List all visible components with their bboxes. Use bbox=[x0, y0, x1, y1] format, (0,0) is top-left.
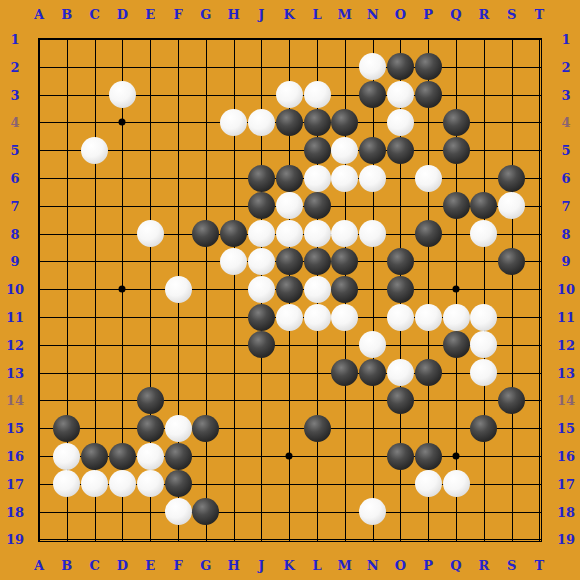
intersection-M15[interactable] bbox=[331, 414, 359, 442]
intersection-N16[interactable] bbox=[359, 442, 387, 470]
intersection-T10[interactable] bbox=[526, 275, 554, 303]
intersection-L8[interactable] bbox=[303, 220, 331, 248]
intersection-Q1[interactable] bbox=[442, 25, 470, 53]
intersection-M10[interactable] bbox=[331, 275, 359, 303]
intersection-P9[interactable] bbox=[414, 248, 442, 276]
intersection-Q11[interactable] bbox=[442, 303, 470, 331]
intersection-J8[interactable] bbox=[248, 220, 276, 248]
intersection-F15[interactable] bbox=[164, 414, 192, 442]
intersection-C6[interactable] bbox=[81, 164, 109, 192]
intersection-Q13[interactable] bbox=[442, 359, 470, 387]
intersection-R2[interactable] bbox=[470, 53, 498, 81]
intersection-K2[interactable] bbox=[275, 53, 303, 81]
intersection-T12[interactable] bbox=[526, 331, 554, 359]
intersection-B18[interactable] bbox=[53, 498, 81, 526]
intersection-D10[interactable] bbox=[109, 275, 137, 303]
intersection-P17[interactable] bbox=[414, 470, 442, 498]
intersection-P15[interactable] bbox=[414, 414, 442, 442]
intersection-P5[interactable] bbox=[414, 136, 442, 164]
intersection-K6[interactable] bbox=[275, 164, 303, 192]
intersection-A12[interactable] bbox=[25, 331, 53, 359]
intersection-F6[interactable] bbox=[164, 164, 192, 192]
intersection-C10[interactable] bbox=[81, 275, 109, 303]
intersection-R13[interactable] bbox=[470, 359, 498, 387]
intersection-J2[interactable] bbox=[248, 53, 276, 81]
intersection-H18[interactable] bbox=[220, 498, 248, 526]
intersection-J13[interactable] bbox=[248, 359, 276, 387]
intersection-S16[interactable] bbox=[498, 442, 526, 470]
intersection-B3[interactable] bbox=[53, 81, 81, 109]
intersection-T1[interactable] bbox=[526, 25, 554, 53]
intersection-R10[interactable] bbox=[470, 275, 498, 303]
intersection-C15[interactable] bbox=[81, 414, 109, 442]
intersection-J6[interactable] bbox=[248, 164, 276, 192]
intersection-S14[interactable] bbox=[498, 387, 526, 415]
intersection-R16[interactable] bbox=[470, 442, 498, 470]
intersection-J4[interactable] bbox=[248, 109, 276, 137]
intersection-O11[interactable] bbox=[387, 303, 415, 331]
intersection-H13[interactable] bbox=[220, 359, 248, 387]
intersection-B14[interactable] bbox=[53, 387, 81, 415]
intersection-Q3[interactable] bbox=[442, 81, 470, 109]
intersection-L6[interactable] bbox=[303, 164, 331, 192]
intersection-H3[interactable] bbox=[220, 81, 248, 109]
intersection-M11[interactable] bbox=[331, 303, 359, 331]
intersection-C8[interactable] bbox=[81, 220, 109, 248]
intersection-C5[interactable] bbox=[81, 136, 109, 164]
intersection-S6[interactable] bbox=[498, 164, 526, 192]
intersection-T15[interactable] bbox=[526, 414, 554, 442]
intersection-B8[interactable] bbox=[53, 220, 81, 248]
intersection-P14[interactable] bbox=[414, 387, 442, 415]
intersection-Q6[interactable] bbox=[442, 164, 470, 192]
intersection-O14[interactable] bbox=[387, 387, 415, 415]
intersection-J17[interactable] bbox=[248, 470, 276, 498]
intersection-S19[interactable] bbox=[498, 526, 526, 554]
intersection-A10[interactable] bbox=[25, 275, 53, 303]
intersection-A8[interactable] bbox=[25, 220, 53, 248]
intersection-P7[interactable] bbox=[414, 192, 442, 220]
intersection-O9[interactable] bbox=[387, 248, 415, 276]
intersection-E13[interactable] bbox=[136, 359, 164, 387]
intersection-M12[interactable] bbox=[331, 331, 359, 359]
intersection-K3[interactable] bbox=[275, 81, 303, 109]
intersection-N17[interactable] bbox=[359, 470, 387, 498]
intersection-E6[interactable] bbox=[136, 164, 164, 192]
intersection-M17[interactable] bbox=[331, 470, 359, 498]
intersection-Q18[interactable] bbox=[442, 498, 470, 526]
intersection-K12[interactable] bbox=[275, 331, 303, 359]
intersection-L4[interactable] bbox=[303, 109, 331, 137]
intersection-F5[interactable] bbox=[164, 136, 192, 164]
intersection-C7[interactable] bbox=[81, 192, 109, 220]
intersection-P2[interactable] bbox=[414, 53, 442, 81]
intersection-G7[interactable] bbox=[192, 192, 220, 220]
intersection-P16[interactable] bbox=[414, 442, 442, 470]
intersection-A14[interactable] bbox=[25, 387, 53, 415]
intersection-O3[interactable] bbox=[387, 81, 415, 109]
intersection-L19[interactable] bbox=[303, 526, 331, 554]
intersection-N18[interactable] bbox=[359, 498, 387, 526]
intersection-C3[interactable] bbox=[81, 81, 109, 109]
intersection-N8[interactable] bbox=[359, 220, 387, 248]
intersection-H16[interactable] bbox=[220, 442, 248, 470]
intersection-O13[interactable] bbox=[387, 359, 415, 387]
intersection-C9[interactable] bbox=[81, 248, 109, 276]
intersection-D12[interactable] bbox=[109, 331, 137, 359]
intersection-L7[interactable] bbox=[303, 192, 331, 220]
intersection-M9[interactable] bbox=[331, 248, 359, 276]
intersection-Q14[interactable] bbox=[442, 387, 470, 415]
intersection-R11[interactable] bbox=[470, 303, 498, 331]
intersection-G15[interactable] bbox=[192, 414, 220, 442]
intersection-S10[interactable] bbox=[498, 275, 526, 303]
intersection-H10[interactable] bbox=[220, 275, 248, 303]
intersection-G13[interactable] bbox=[192, 359, 220, 387]
intersection-K10[interactable] bbox=[275, 275, 303, 303]
intersection-M18[interactable] bbox=[331, 498, 359, 526]
intersection-B2[interactable] bbox=[53, 53, 81, 81]
intersection-B6[interactable] bbox=[53, 164, 81, 192]
intersection-E10[interactable] bbox=[136, 275, 164, 303]
intersection-J12[interactable] bbox=[248, 331, 276, 359]
intersection-J1[interactable] bbox=[248, 25, 276, 53]
intersection-O7[interactable] bbox=[387, 192, 415, 220]
intersection-D14[interactable] bbox=[109, 387, 137, 415]
intersection-M8[interactable] bbox=[331, 220, 359, 248]
intersection-L17[interactable] bbox=[303, 470, 331, 498]
intersection-N1[interactable] bbox=[359, 25, 387, 53]
intersection-G4[interactable] bbox=[192, 109, 220, 137]
intersection-T13[interactable] bbox=[526, 359, 554, 387]
intersection-L3[interactable] bbox=[303, 81, 331, 109]
intersection-Q15[interactable] bbox=[442, 414, 470, 442]
intersection-A18[interactable] bbox=[25, 498, 53, 526]
intersection-A15[interactable] bbox=[25, 414, 53, 442]
intersection-R15[interactable] bbox=[470, 414, 498, 442]
intersection-A13[interactable] bbox=[25, 359, 53, 387]
intersection-F13[interactable] bbox=[164, 359, 192, 387]
intersection-E12[interactable] bbox=[136, 331, 164, 359]
intersection-T17[interactable] bbox=[526, 470, 554, 498]
intersection-F18[interactable] bbox=[164, 498, 192, 526]
intersection-C16[interactable] bbox=[81, 442, 109, 470]
intersection-R9[interactable] bbox=[470, 248, 498, 276]
intersection-E5[interactable] bbox=[136, 136, 164, 164]
intersection-G5[interactable] bbox=[192, 136, 220, 164]
intersection-A9[interactable] bbox=[25, 248, 53, 276]
intersection-B19[interactable] bbox=[53, 526, 81, 554]
intersection-P8[interactable] bbox=[414, 220, 442, 248]
intersection-B11[interactable] bbox=[53, 303, 81, 331]
intersection-G8[interactable] bbox=[192, 220, 220, 248]
intersection-N7[interactable] bbox=[359, 192, 387, 220]
intersection-B15[interactable] bbox=[53, 414, 81, 442]
intersection-D4[interactable] bbox=[109, 109, 137, 137]
intersection-A2[interactable] bbox=[25, 53, 53, 81]
intersection-A17[interactable] bbox=[25, 470, 53, 498]
intersection-A5[interactable] bbox=[25, 136, 53, 164]
intersection-C14[interactable] bbox=[81, 387, 109, 415]
intersection-O18[interactable] bbox=[387, 498, 415, 526]
intersection-D2[interactable] bbox=[109, 53, 137, 81]
intersection-Q17[interactable] bbox=[442, 470, 470, 498]
intersection-G18[interactable] bbox=[192, 498, 220, 526]
intersection-S5[interactable] bbox=[498, 136, 526, 164]
intersection-M4[interactable] bbox=[331, 109, 359, 137]
intersection-H14[interactable] bbox=[220, 387, 248, 415]
intersection-N14[interactable] bbox=[359, 387, 387, 415]
intersection-T9[interactable] bbox=[526, 248, 554, 276]
intersection-A3[interactable] bbox=[25, 81, 53, 109]
intersection-P1[interactable] bbox=[414, 25, 442, 53]
intersection-H8[interactable] bbox=[220, 220, 248, 248]
intersection-M2[interactable] bbox=[331, 53, 359, 81]
intersection-L10[interactable] bbox=[303, 275, 331, 303]
intersection-L16[interactable] bbox=[303, 442, 331, 470]
intersection-D18[interactable] bbox=[109, 498, 137, 526]
intersection-B9[interactable] bbox=[53, 248, 81, 276]
intersection-T8[interactable] bbox=[526, 220, 554, 248]
intersection-F17[interactable] bbox=[164, 470, 192, 498]
intersection-O4[interactable] bbox=[387, 109, 415, 137]
intersection-G6[interactable] bbox=[192, 164, 220, 192]
intersection-E4[interactable] bbox=[136, 109, 164, 137]
intersection-E11[interactable] bbox=[136, 303, 164, 331]
intersection-E1[interactable] bbox=[136, 25, 164, 53]
intersection-F8[interactable] bbox=[164, 220, 192, 248]
intersection-R12[interactable] bbox=[470, 331, 498, 359]
intersection-M5[interactable] bbox=[331, 136, 359, 164]
intersection-Q16[interactable] bbox=[442, 442, 470, 470]
intersection-D15[interactable] bbox=[109, 414, 137, 442]
intersection-P19[interactable] bbox=[414, 526, 442, 554]
intersection-J5[interactable] bbox=[248, 136, 276, 164]
intersection-A11[interactable] bbox=[25, 303, 53, 331]
intersection-R17[interactable] bbox=[470, 470, 498, 498]
intersection-R6[interactable] bbox=[470, 164, 498, 192]
intersection-G1[interactable] bbox=[192, 25, 220, 53]
intersection-C17[interactable] bbox=[81, 470, 109, 498]
intersection-F3[interactable] bbox=[164, 81, 192, 109]
intersection-J3[interactable] bbox=[248, 81, 276, 109]
intersection-S7[interactable] bbox=[498, 192, 526, 220]
intersection-K9[interactable] bbox=[275, 248, 303, 276]
intersection-S13[interactable] bbox=[498, 359, 526, 387]
intersection-J10[interactable] bbox=[248, 275, 276, 303]
intersection-J11[interactable] bbox=[248, 303, 276, 331]
intersection-P6[interactable] bbox=[414, 164, 442, 192]
intersection-P12[interactable] bbox=[414, 331, 442, 359]
intersection-S1[interactable] bbox=[498, 25, 526, 53]
intersection-O10[interactable] bbox=[387, 275, 415, 303]
intersection-J7[interactable] bbox=[248, 192, 276, 220]
intersection-O8[interactable] bbox=[387, 220, 415, 248]
intersection-N3[interactable] bbox=[359, 81, 387, 109]
intersection-G10[interactable] bbox=[192, 275, 220, 303]
intersection-S9[interactable] bbox=[498, 248, 526, 276]
intersection-E7[interactable] bbox=[136, 192, 164, 220]
intersection-J19[interactable] bbox=[248, 526, 276, 554]
intersection-A1[interactable] bbox=[25, 25, 53, 53]
intersection-K19[interactable] bbox=[275, 526, 303, 554]
intersection-L13[interactable] bbox=[303, 359, 331, 387]
intersection-C1[interactable] bbox=[81, 25, 109, 53]
intersection-S3[interactable] bbox=[498, 81, 526, 109]
intersection-G3[interactable] bbox=[192, 81, 220, 109]
intersection-D8[interactable] bbox=[109, 220, 137, 248]
intersection-R14[interactable] bbox=[470, 387, 498, 415]
intersection-D9[interactable] bbox=[109, 248, 137, 276]
intersection-E19[interactable] bbox=[136, 526, 164, 554]
intersection-D1[interactable] bbox=[109, 25, 137, 53]
intersection-C4[interactable] bbox=[81, 109, 109, 137]
intersection-A16[interactable] bbox=[25, 442, 53, 470]
intersection-R1[interactable] bbox=[470, 25, 498, 53]
intersection-C18[interactable] bbox=[81, 498, 109, 526]
intersection-B13[interactable] bbox=[53, 359, 81, 387]
intersection-J16[interactable] bbox=[248, 442, 276, 470]
intersection-H1[interactable] bbox=[220, 25, 248, 53]
intersection-F11[interactable] bbox=[164, 303, 192, 331]
intersection-A4[interactable] bbox=[25, 109, 53, 137]
intersection-A19[interactable] bbox=[25, 526, 53, 554]
intersection-L1[interactable] bbox=[303, 25, 331, 53]
intersection-E14[interactable] bbox=[136, 387, 164, 415]
intersection-Q8[interactable] bbox=[442, 220, 470, 248]
intersection-F2[interactable] bbox=[164, 53, 192, 81]
intersection-P10[interactable] bbox=[414, 275, 442, 303]
intersection-K13[interactable] bbox=[275, 359, 303, 387]
intersection-G14[interactable] bbox=[192, 387, 220, 415]
intersection-D3[interactable] bbox=[109, 81, 137, 109]
intersection-K18[interactable] bbox=[275, 498, 303, 526]
intersection-Q2[interactable] bbox=[442, 53, 470, 81]
intersection-B1[interactable] bbox=[53, 25, 81, 53]
intersection-G12[interactable] bbox=[192, 331, 220, 359]
intersection-B5[interactable] bbox=[53, 136, 81, 164]
intersection-K1[interactable] bbox=[275, 25, 303, 53]
intersection-M14[interactable] bbox=[331, 387, 359, 415]
intersection-P13[interactable] bbox=[414, 359, 442, 387]
intersection-D5[interactable] bbox=[109, 136, 137, 164]
intersection-K17[interactable] bbox=[275, 470, 303, 498]
intersection-Q10[interactable] bbox=[442, 275, 470, 303]
intersection-C13[interactable] bbox=[81, 359, 109, 387]
intersection-T5[interactable] bbox=[526, 136, 554, 164]
intersection-N6[interactable] bbox=[359, 164, 387, 192]
intersection-C19[interactable] bbox=[81, 526, 109, 554]
intersection-N19[interactable] bbox=[359, 526, 387, 554]
intersection-F19[interactable] bbox=[164, 526, 192, 554]
intersection-E18[interactable] bbox=[136, 498, 164, 526]
intersection-L11[interactable] bbox=[303, 303, 331, 331]
intersection-N11[interactable] bbox=[359, 303, 387, 331]
intersection-E9[interactable] bbox=[136, 248, 164, 276]
intersection-D16[interactable] bbox=[109, 442, 137, 470]
intersection-O17[interactable] bbox=[387, 470, 415, 498]
intersection-J14[interactable] bbox=[248, 387, 276, 415]
intersection-P11[interactable] bbox=[414, 303, 442, 331]
intersection-E17[interactable] bbox=[136, 470, 164, 498]
intersection-T16[interactable] bbox=[526, 442, 554, 470]
intersection-J9[interactable] bbox=[248, 248, 276, 276]
intersection-D19[interactable] bbox=[109, 526, 137, 554]
intersection-M13[interactable] bbox=[331, 359, 359, 387]
intersection-B12[interactable] bbox=[53, 331, 81, 359]
intersection-D17[interactable] bbox=[109, 470, 137, 498]
intersection-B7[interactable] bbox=[53, 192, 81, 220]
intersection-S4[interactable] bbox=[498, 109, 526, 137]
intersection-E2[interactable] bbox=[136, 53, 164, 81]
intersection-N12[interactable] bbox=[359, 331, 387, 359]
intersection-C2[interactable] bbox=[81, 53, 109, 81]
intersection-O6[interactable] bbox=[387, 164, 415, 192]
intersection-F7[interactable] bbox=[164, 192, 192, 220]
intersection-H5[interactable] bbox=[220, 136, 248, 164]
intersection-D11[interactable] bbox=[109, 303, 137, 331]
intersection-S12[interactable] bbox=[498, 331, 526, 359]
intersection-T19[interactable] bbox=[526, 526, 554, 554]
intersection-K7[interactable] bbox=[275, 192, 303, 220]
intersection-E8[interactable] bbox=[136, 220, 164, 248]
intersection-B4[interactable] bbox=[53, 109, 81, 137]
intersection-G11[interactable] bbox=[192, 303, 220, 331]
intersection-K16[interactable] bbox=[275, 442, 303, 470]
intersection-F4[interactable] bbox=[164, 109, 192, 137]
intersection-N9[interactable] bbox=[359, 248, 387, 276]
intersection-T18[interactable] bbox=[526, 498, 554, 526]
intersection-L14[interactable] bbox=[303, 387, 331, 415]
intersection-R4[interactable] bbox=[470, 109, 498, 137]
intersection-O19[interactable] bbox=[387, 526, 415, 554]
intersection-K14[interactable] bbox=[275, 387, 303, 415]
intersection-T14[interactable] bbox=[526, 387, 554, 415]
intersection-M3[interactable] bbox=[331, 81, 359, 109]
intersection-S2[interactable] bbox=[498, 53, 526, 81]
intersection-S15[interactable] bbox=[498, 414, 526, 442]
intersection-A7[interactable] bbox=[25, 192, 53, 220]
intersection-F10[interactable] bbox=[164, 275, 192, 303]
intersection-R19[interactable] bbox=[470, 526, 498, 554]
intersection-C12[interactable] bbox=[81, 331, 109, 359]
intersection-K5[interactable] bbox=[275, 136, 303, 164]
intersection-O15[interactable] bbox=[387, 414, 415, 442]
intersection-T11[interactable] bbox=[526, 303, 554, 331]
intersection-C11[interactable] bbox=[81, 303, 109, 331]
intersection-F1[interactable] bbox=[164, 25, 192, 53]
intersection-H15[interactable] bbox=[220, 414, 248, 442]
intersection-L12[interactable] bbox=[303, 331, 331, 359]
intersection-K8[interactable] bbox=[275, 220, 303, 248]
intersection-G9[interactable] bbox=[192, 248, 220, 276]
intersection-N13[interactable] bbox=[359, 359, 387, 387]
intersection-R3[interactable] bbox=[470, 81, 498, 109]
intersection-L2[interactable] bbox=[303, 53, 331, 81]
intersection-Q19[interactable] bbox=[442, 526, 470, 554]
intersection-P18[interactable] bbox=[414, 498, 442, 526]
intersection-H19[interactable] bbox=[220, 526, 248, 554]
intersection-D6[interactable] bbox=[109, 164, 137, 192]
intersection-G16[interactable] bbox=[192, 442, 220, 470]
intersection-M16[interactable] bbox=[331, 442, 359, 470]
intersection-T7[interactable] bbox=[526, 192, 554, 220]
intersection-D7[interactable] bbox=[109, 192, 137, 220]
intersection-M1[interactable] bbox=[331, 25, 359, 53]
intersection-H7[interactable] bbox=[220, 192, 248, 220]
intersection-L18[interactable] bbox=[303, 498, 331, 526]
intersection-T4[interactable] bbox=[526, 109, 554, 137]
